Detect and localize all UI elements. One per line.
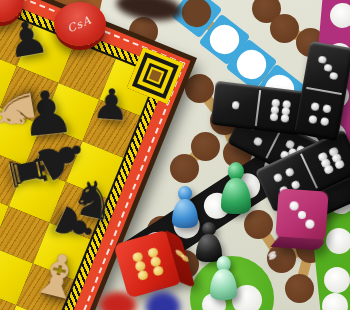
domino-pip	[329, 71, 338, 80]
domino-pip	[323, 63, 332, 72]
pawn-body	[210, 269, 237, 300]
magenta-die[interactable]	[275, 188, 328, 241]
strip-white-circle	[324, 267, 350, 293]
die-pip	[305, 220, 314, 229]
domino-pip	[272, 173, 283, 184]
wood-knight[interactable]: ♞	[0, 77, 48, 143]
strip-white-circle	[326, 228, 350, 254]
pawn-body	[221, 178, 251, 214]
board-games-scene: CsA ♟♟♟♞♟♞♟♜♝	[0, 0, 350, 310]
path-circle	[270, 14, 299, 43]
path-circle	[170, 154, 199, 183]
domino-pip	[253, 137, 263, 147]
path-circle	[285, 274, 314, 303]
domino-pip	[318, 55, 327, 64]
die-pip	[297, 210, 306, 219]
die-pip	[152, 265, 164, 277]
black-rook[interactable]: ♜	[0, 141, 57, 201]
checker-logo-text: CsA	[66, 13, 94, 35]
green-pawn[interactable]	[221, 162, 251, 214]
domino-pip	[320, 117, 329, 126]
domino-pip	[310, 102, 319, 111]
die-pip	[290, 201, 299, 210]
mint-pawn[interactable]	[210, 256, 237, 300]
domino-pip	[334, 159, 345, 170]
domino-pip	[281, 114, 290, 123]
die-pip	[137, 269, 149, 281]
blue-pawn[interactable]	[172, 186, 198, 228]
black-pawn[interactable]: ♟	[86, 80, 135, 129]
pawn-body	[172, 199, 198, 228]
domino-pip	[269, 113, 278, 122]
domino-pip	[323, 104, 332, 113]
path-circle	[191, 132, 220, 161]
domino-pip	[323, 164, 334, 175]
wood-bishop[interactable]: ♝	[19, 237, 96, 310]
die-top-face	[275, 188, 328, 241]
domino-pip	[285, 167, 296, 178]
domino-pip	[308, 115, 317, 124]
strip-white-circle	[330, 3, 350, 28]
domino-pip	[231, 101, 240, 110]
red-checker[interactable]: CsA	[54, 2, 106, 46]
